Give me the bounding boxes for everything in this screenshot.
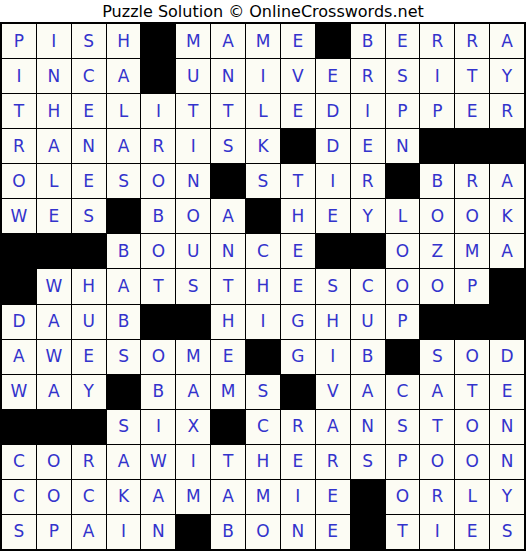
cell-r6c11[interactable]: Y — [351, 199, 385, 233]
cell-r10c5[interactable]: O — [141, 340, 175, 374]
black-cell-r5c7 — [211, 164, 245, 198]
cell-r1c13[interactable]: R — [420, 24, 454, 58]
cell-r7c14[interactable]: M — [455, 234, 489, 268]
cell-r3c14[interactable]: E — [455, 94, 489, 128]
cell-r8c14[interactable]: P — [455, 269, 489, 303]
black-cell-r9c14 — [455, 305, 489, 339]
cell-r12c12[interactable]: S — [386, 410, 420, 444]
cell-r11c1[interactable]: W — [2, 375, 36, 409]
cell-r7c9[interactable]: E — [281, 234, 315, 268]
cell-r5c6[interactable]: N — [176, 164, 210, 198]
cell-r1c15[interactable]: A — [490, 24, 524, 58]
cell-r3c3[interactable]: E — [72, 94, 106, 128]
cell-r3c5[interactable]: I — [141, 94, 175, 128]
cell-r4c12[interactable]: N — [386, 129, 420, 163]
cell-r13c10[interactable]: R — [316, 445, 350, 479]
cell-r5c9[interactable]: T — [281, 164, 315, 198]
black-cell-r15c6 — [176, 515, 210, 549]
cell-r5c8[interactable]: S — [246, 164, 280, 198]
cell-r8c6[interactable]: S — [176, 269, 210, 303]
cell-r5c3[interactable]: E — [72, 164, 106, 198]
cell-r6c14[interactable]: O — [455, 199, 489, 233]
cell-r10c4[interactable]: S — [107, 340, 141, 374]
cell-r4c5[interactable]: R — [141, 129, 175, 163]
cell-r14c6[interactable]: M — [176, 480, 210, 514]
cell-r11c2[interactable]: A — [37, 375, 71, 409]
cell-r13c14[interactable]: O — [455, 445, 489, 479]
cell-r13c1[interactable]: C — [2, 445, 36, 479]
cell-r8c10[interactable]: S — [316, 269, 350, 303]
cell-r14c7[interactable]: A — [211, 480, 245, 514]
cell-r2c4[interactable]: A — [107, 59, 141, 93]
cell-r11c12[interactable]: C — [386, 375, 420, 409]
cell-r1c14[interactable]: R — [455, 24, 489, 58]
cell-r2c3[interactable]: C — [72, 59, 106, 93]
cell-r15c7[interactable]: B — [211, 515, 245, 549]
cell-r10c2[interactable]: W — [37, 340, 71, 374]
cell-r13c13[interactable]: O — [420, 445, 454, 479]
cell-r13c6[interactable]: I — [176, 445, 210, 479]
black-cell-r5c12 — [386, 164, 420, 198]
cell-r6c6[interactable]: O — [176, 199, 210, 233]
black-cell-r11c9 — [281, 375, 315, 409]
cell-r1c11[interactable]: B — [351, 24, 385, 58]
cell-r9c11[interactable]: U — [351, 305, 385, 339]
black-cell-r7c2 — [37, 234, 71, 268]
cell-r2c12[interactable]: S — [386, 59, 420, 93]
black-cell-r4c14 — [455, 129, 489, 163]
cell-r7c6[interactable]: U — [176, 234, 210, 268]
cell-r6c15[interactable]: K — [490, 199, 524, 233]
cell-r2c13[interactable]: I — [420, 59, 454, 93]
cell-r9c2[interactable]: A — [37, 305, 71, 339]
cell-r1c2[interactable]: I — [37, 24, 71, 58]
cell-r13c4[interactable]: A — [107, 445, 141, 479]
cell-r13c12[interactable]: P — [386, 445, 420, 479]
cell-r2c9[interactable]: V — [281, 59, 315, 93]
cell-r3c8[interactable]: L — [246, 94, 280, 128]
black-cell-r8c15 — [490, 269, 524, 303]
cell-r3c12[interactable]: P — [386, 94, 420, 128]
cell-r2c1[interactable]: I — [2, 59, 36, 93]
black-cell-r8c1 — [2, 269, 36, 303]
cell-r13c2[interactable]: O — [37, 445, 71, 479]
cell-r6c7[interactable]: A — [211, 199, 245, 233]
cell-r8c4[interactable]: A — [107, 269, 141, 303]
black-cell-r9c5 — [141, 305, 175, 339]
cell-r5c1[interactable]: O — [2, 164, 36, 198]
cell-r5c4[interactable]: S — [107, 164, 141, 198]
cell-r4c4[interactable]: A — [107, 129, 141, 163]
cell-r8c5[interactable]: T — [141, 269, 175, 303]
cell-r3c2[interactable]: H — [37, 94, 71, 128]
cell-r4c2[interactable]: A — [37, 129, 71, 163]
cell-r7c12[interactable]: O — [386, 234, 420, 268]
cell-r14c14[interactable]: L — [455, 480, 489, 514]
cell-r8c11[interactable]: C — [351, 269, 385, 303]
cell-r7c4[interactable]: B — [107, 234, 141, 268]
cell-r11c6[interactable]: A — [176, 375, 210, 409]
black-cell-r7c3 — [72, 234, 106, 268]
cell-r4c6[interactable]: I — [176, 129, 210, 163]
cell-r1c9[interactable]: E — [281, 24, 315, 58]
cell-r3c11[interactable]: I — [351, 94, 385, 128]
cell-r12c5[interactable]: I — [141, 410, 175, 444]
cell-r9c4[interactable]: B — [107, 305, 141, 339]
puzzle-solution-page: Puzzle Solution © OnlineCrosswords.net P… — [0, 0, 526, 551]
cell-r4c1[interactable]: R — [2, 129, 36, 163]
cell-r10c10[interactable]: I — [316, 340, 350, 374]
black-cell-r14c11 — [351, 480, 385, 514]
cell-r2c8[interactable]: I — [246, 59, 280, 93]
cell-r8c12[interactable]: O — [386, 269, 420, 303]
cell-r9c8[interactable]: I — [246, 305, 280, 339]
cell-r14c4[interactable]: K — [107, 480, 141, 514]
cell-r15c3[interactable]: A — [72, 515, 106, 549]
cell-r12c8[interactable]: C — [246, 410, 280, 444]
cell-r6c12[interactable]: L — [386, 199, 420, 233]
black-cell-r12c2 — [37, 410, 71, 444]
cell-r4c10[interactable]: D — [316, 129, 350, 163]
cell-r3c9[interactable]: E — [281, 94, 315, 128]
black-cell-r1c5 — [141, 24, 175, 58]
cell-r15c1[interactable]: S — [2, 515, 36, 549]
cell-r15c4[interactable]: I — [107, 515, 141, 549]
cell-r15c15[interactable]: S — [490, 515, 524, 549]
cell-r11c15[interactable]: E — [490, 375, 524, 409]
cell-r15c14[interactable]: E — [455, 515, 489, 549]
cell-r2c15[interactable]: Y — [490, 59, 524, 93]
cell-r8c9[interactable]: E — [281, 269, 315, 303]
cell-r14c1[interactable]: C — [2, 480, 36, 514]
cell-r4c3[interactable]: N — [72, 129, 106, 163]
cell-r11c11[interactable]: A — [351, 375, 385, 409]
cell-r2c2[interactable]: N — [37, 59, 71, 93]
cell-r8c3[interactable]: H — [72, 269, 106, 303]
cell-r13c7[interactable]: T — [211, 445, 245, 479]
cell-r1c7[interactable]: A — [211, 24, 245, 58]
cell-r14c15[interactable]: Y — [490, 480, 524, 514]
black-cell-r6c8 — [246, 199, 280, 233]
cell-r7c13[interactable]: Z — [420, 234, 454, 268]
black-cell-r9c13 — [420, 305, 454, 339]
cell-r13c3[interactable]: R — [72, 445, 106, 479]
cell-r10c15[interactable]: D — [490, 340, 524, 374]
cell-r4c7[interactable]: S — [211, 129, 245, 163]
cell-r3c10[interactable]: D — [316, 94, 350, 128]
cell-r2c10[interactable]: E — [316, 59, 350, 93]
cell-r15c10[interactable]: E — [316, 515, 350, 549]
cell-r15c5[interactable]: N — [141, 515, 175, 549]
cell-r13c5[interactable]: W — [141, 445, 175, 479]
cell-r8c8[interactable]: H — [246, 269, 280, 303]
cell-r14c3[interactable]: C — [72, 480, 106, 514]
cell-r11c5[interactable]: B — [141, 375, 175, 409]
black-cell-r10c12 — [386, 340, 420, 374]
cell-r10c11[interactable]: B — [351, 340, 385, 374]
cell-r6c10[interactable]: E — [316, 199, 350, 233]
cell-r9c10[interactable]: H — [316, 305, 350, 339]
cell-r4c11[interactable]: E — [351, 129, 385, 163]
cell-r1c8[interactable]: M — [246, 24, 280, 58]
cell-r3c1[interactable]: T — [2, 94, 36, 128]
cell-r14c13[interactable]: R — [420, 480, 454, 514]
cell-r1c4[interactable]: H — [107, 24, 141, 58]
black-cell-r4c9 — [281, 129, 315, 163]
cell-r7c5[interactable]: O — [141, 234, 175, 268]
cell-r12c13[interactable]: T — [420, 410, 454, 444]
black-cell-r12c1 — [2, 410, 36, 444]
cell-r10c7[interactable]: E — [211, 340, 245, 374]
cell-r5c14[interactable]: R — [455, 164, 489, 198]
cell-r14c10[interactable]: E — [316, 480, 350, 514]
black-cell-r7c10 — [316, 234, 350, 268]
cell-r13c9[interactable]: E — [281, 445, 315, 479]
cell-r12c15[interactable]: N — [490, 410, 524, 444]
cell-r15c13[interactable]: I — [420, 515, 454, 549]
cell-r2c14[interactable]: T — [455, 59, 489, 93]
cell-r9c12[interactable]: P — [386, 305, 420, 339]
cell-r13c15[interactable]: N — [490, 445, 524, 479]
cell-r8c13[interactable]: O — [420, 269, 454, 303]
cell-r11c7[interactable]: M — [211, 375, 245, 409]
cell-r15c2[interactable]: P — [37, 515, 71, 549]
cell-r12c9[interactable]: R — [281, 410, 315, 444]
cell-r10c3[interactable]: E — [72, 340, 106, 374]
cell-r3c7[interactable]: T — [211, 94, 245, 128]
cell-r5c15[interactable]: A — [490, 164, 524, 198]
cell-r6c3[interactable]: S — [72, 199, 106, 233]
cell-r5c2[interactable]: L — [37, 164, 71, 198]
cell-r3c4[interactable]: L — [107, 94, 141, 128]
black-cell-r12c3 — [72, 410, 106, 444]
cell-r9c7[interactable]: H — [211, 305, 245, 339]
cell-r5c13[interactable]: B — [420, 164, 454, 198]
cell-r1c3[interactable]: S — [72, 24, 106, 58]
black-cell-r10c8 — [246, 340, 280, 374]
cell-r14c5[interactable]: A — [141, 480, 175, 514]
cell-r5c10[interactable]: I — [316, 164, 350, 198]
cell-r14c9[interactable]: I — [281, 480, 315, 514]
cell-r14c8[interactable]: M — [246, 480, 280, 514]
cell-r1c6[interactable]: M — [176, 24, 210, 58]
cell-r11c3[interactable]: Y — [72, 375, 106, 409]
cell-r6c1[interactable]: W — [2, 199, 36, 233]
crossword-grid: PISHMAMEBERRAINCAUNIVERSITYTHELITTLEDIPP… — [0, 22, 526, 551]
cell-r14c2[interactable]: O — [37, 480, 71, 514]
black-cell-r12c7 — [211, 410, 245, 444]
cell-r3c6[interactable]: T — [176, 94, 210, 128]
cell-r3c13[interactable]: P — [420, 94, 454, 128]
black-cell-r7c1 — [2, 234, 36, 268]
black-cell-r2c5 — [141, 59, 175, 93]
cell-r11c10[interactable]: V — [316, 375, 350, 409]
cell-r14c12[interactable]: O — [386, 480, 420, 514]
cell-r3c15[interactable]: R — [490, 94, 524, 128]
cell-r6c2[interactable]: E — [37, 199, 71, 233]
cell-r2c6[interactable]: U — [176, 59, 210, 93]
cell-r12c11[interactable]: N — [351, 410, 385, 444]
cell-r6c5[interactable]: B — [141, 199, 175, 233]
cell-r11c8[interactable]: S — [246, 375, 280, 409]
cell-r10c13[interactable]: S — [420, 340, 454, 374]
black-cell-r11c4 — [107, 375, 141, 409]
black-cell-r15c11 — [351, 515, 385, 549]
cell-r5c5[interactable]: O — [141, 164, 175, 198]
black-cell-r1c10 — [316, 24, 350, 58]
cell-r9c1[interactable]: D — [2, 305, 36, 339]
cell-r10c14[interactable]: O — [455, 340, 489, 374]
black-cell-r9c15 — [490, 305, 524, 339]
cell-r2c7[interactable]: N — [211, 59, 245, 93]
cell-r1c12[interactable]: E — [386, 24, 420, 58]
black-cell-r9c6 — [176, 305, 210, 339]
cell-r15c12[interactable]: T — [386, 515, 420, 549]
cell-r2c11[interactable]: R — [351, 59, 385, 93]
cell-r10c6[interactable]: M — [176, 340, 210, 374]
cell-r6c9[interactable]: H — [281, 199, 315, 233]
cell-r7c15[interactable]: A — [490, 234, 524, 268]
cell-r10c1[interactable]: A — [2, 340, 36, 374]
cell-r6c13[interactable]: O — [420, 199, 454, 233]
black-cell-r4c15 — [490, 129, 524, 163]
black-cell-r6c4 — [107, 199, 141, 233]
cell-r12c6[interactable]: X — [176, 410, 210, 444]
cell-r13c11[interactable]: S — [351, 445, 385, 479]
cell-r15c9[interactable]: N — [281, 515, 315, 549]
cell-r12c14[interactable]: O — [455, 410, 489, 444]
cell-r12c4[interactable]: S — [107, 410, 141, 444]
cell-r7c7[interactable]: N — [211, 234, 245, 268]
cell-r4c8[interactable]: K — [246, 129, 280, 163]
cell-r11c14[interactable]: T — [455, 375, 489, 409]
cell-r7c8[interactable]: C — [246, 234, 280, 268]
cell-r13c8[interactable]: H — [246, 445, 280, 479]
cell-r15c8[interactable]: O — [246, 515, 280, 549]
cell-r9c9[interactable]: G — [281, 305, 315, 339]
cell-r5c11[interactable]: R — [351, 164, 385, 198]
cell-r1c1[interactable]: P — [2, 24, 36, 58]
page-title: Puzzle Solution © OnlineCrosswords.net — [0, 0, 526, 22]
cell-r9c3[interactable]: U — [72, 305, 106, 339]
black-cell-r7c11 — [351, 234, 385, 268]
cell-r8c2[interactable]: W — [37, 269, 71, 303]
cell-r8c7[interactable]: T — [211, 269, 245, 303]
cell-r10c9[interactable]: G — [281, 340, 315, 374]
cell-r11c13[interactable]: A — [420, 375, 454, 409]
black-cell-r4c13 — [420, 129, 454, 163]
cell-r12c10[interactable]: A — [316, 410, 350, 444]
